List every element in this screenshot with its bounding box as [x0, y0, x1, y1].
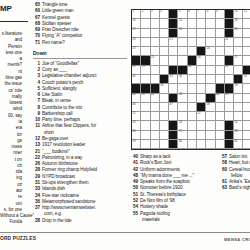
grid-cell[interactable] [151, 103, 160, 112]
grid-cell[interactable]: 11 [243, 10, 250, 19]
grid-cell[interactable] [206, 112, 215, 121]
clue-number: 37 [33, 205, 42, 211]
grid-cell[interactable] [151, 38, 160, 47]
grid-cell[interactable] [216, 75, 225, 84]
grid-cell[interactable] [206, 19, 215, 28]
cell-number: 17 [133, 28, 136, 31]
cell-number: 15 [179, 19, 182, 22]
grid-cell[interactable] [188, 19, 197, 28]
grid-cell[interactable] [243, 47, 250, 56]
grid-cell[interactable] [141, 47, 150, 56]
cell-number: 32 [133, 75, 136, 78]
grid-cell[interactable]: 35 [243, 75, 250, 84]
cell-number: 9 [216, 10, 218, 13]
grid-cell[interactable] [178, 56, 187, 65]
cell-number: 18 [179, 28, 182, 31]
clue-item: 60Cereal-huckstefellow [220, 167, 250, 180]
grid-cell[interactable] [188, 94, 197, 103]
grid-cell[interactable] [178, 103, 187, 112]
footer-book-title-fragment: ORD PUZZLES [0, 236, 36, 241]
grid-cell-black [169, 121, 178, 130]
clue-item: 37http://www.merriamwebster.com, e.g. [33, 205, 130, 218]
grid-cell[interactable] [243, 19, 250, 28]
grid-cell-black [225, 10, 234, 19]
grid-cell[interactable]: 23 [132, 47, 141, 56]
grid-cell[interactable] [169, 112, 178, 121]
clue-item: 71Pen name? [33, 40, 130, 46]
title-rule [0, 21, 28, 22]
cell-number: 51 [133, 112, 136, 115]
grid-cell[interactable] [197, 121, 206, 130]
grid-cell[interactable] [188, 140, 197, 149]
grid-cell[interactable] [234, 66, 243, 75]
grid-cell-black [225, 140, 234, 149]
grid-cell[interactable]: 7 [197, 10, 206, 19]
cell-number: 41 [142, 93, 145, 96]
clue-text: Bard’s nightfall [229, 185, 250, 191]
grid-cell[interactable]: 27 [234, 56, 243, 65]
grid-cell[interactable] [216, 38, 225, 47]
cell-number: 54 [179, 121, 182, 124]
grid-cell[interactable] [151, 121, 160, 130]
grid-cell[interactable]: 26 [197, 56, 206, 65]
grid-cell[interactable]: 61 [234, 140, 243, 149]
cell-number: 53 [133, 121, 136, 124]
down-clues-continued-right-cropped: 57Salon tint58Heart, but not60Cereal-huc… [220, 154, 250, 192]
grid-cell-black [169, 140, 178, 149]
grid-cell[interactable]: 41 [141, 94, 150, 103]
grid-cell[interactable]: 60 [178, 140, 187, 149]
clue-text: Airline that flew Clippers, for [42, 123, 96, 129]
grid-cell[interactable] [243, 94, 250, 103]
cell-number: 31 [225, 65, 228, 68]
grid-cell[interactable] [188, 29, 197, 38]
clue-text-wrap: materials [131, 217, 226, 223]
clue-number: 55 [131, 211, 140, 217]
grid-cell-black [169, 131, 178, 140]
grid-cell[interactable] [243, 131, 250, 140]
grid-cell[interactable] [216, 112, 225, 121]
grid-cell[interactable]: 30 [188, 66, 197, 75]
grid-cell[interactable]: 34 [178, 75, 187, 84]
cell-number: 22 [225, 38, 228, 41]
grid-cell[interactable] [151, 112, 160, 121]
grid-cell[interactable] [243, 121, 250, 130]
grid-cell[interactable] [169, 84, 178, 93]
page-title-fragment: MP [0, 4, 12, 13]
grid-cell[interactable] [151, 140, 160, 149]
clue-text: Drop in the tide [42, 218, 72, 224]
cell-number: 34 [179, 75, 182, 78]
grid-cell[interactable] [216, 56, 225, 65]
clue-text: Cereal-huckste [229, 167, 250, 173]
grid-cell[interactable]: 29 [141, 66, 150, 75]
grid-cell[interactable]: 52 [197, 112, 206, 121]
grid-cell[interactable] [225, 103, 234, 112]
grid-cell[interactable] [216, 121, 225, 130]
clue-text: Pen name? [42, 40, 65, 46]
grid-cell[interactable] [160, 66, 169, 75]
footer-rule [0, 232, 250, 233]
clue-fragment-cropped: Fonda [0, 219, 22, 225]
grid-cell[interactable] [216, 140, 225, 149]
grid-cell[interactable] [178, 47, 187, 56]
grid-cell[interactable] [160, 121, 169, 130]
grid-cell[interactable] [141, 131, 150, 140]
cell-number: 6 [188, 10, 190, 13]
cell-number: 42 [151, 93, 154, 96]
grid-cell[interactable] [225, 112, 234, 121]
cell-number: 4 [160, 10, 162, 13]
grid-cell[interactable]: 39 [234, 84, 243, 93]
grid-cell[interactable] [151, 75, 160, 84]
cell-number: 38 [160, 84, 163, 87]
grid-cell[interactable] [243, 84, 250, 93]
grid-cell[interactable] [188, 112, 197, 121]
grid-cell[interactable]: 44 [216, 94, 225, 103]
grid-cell[interactable]: 4 [160, 10, 169, 19]
grid-cell[interactable] [188, 75, 197, 84]
grid-cell[interactable]: 38 [160, 84, 169, 93]
grid-cell[interactable]: 3 [151, 10, 160, 19]
grid-cell[interactable] [188, 103, 197, 112]
grid-cell[interactable] [188, 131, 197, 140]
grid-cell[interactable] [216, 103, 225, 112]
cell-number: 21 [170, 38, 173, 41]
grid-cell[interactable]: 31 [225, 66, 234, 75]
cell-number: 28 [133, 65, 136, 68]
clue-text: Pagoda roofing [140, 211, 170, 217]
grid-cell[interactable] [216, 131, 225, 140]
grid-cell[interactable] [197, 94, 206, 103]
cell-number: 5 [179, 10, 181, 13]
grid-cell[interactable]: 47 [169, 103, 178, 112]
cell-number: 19 [235, 28, 238, 31]
clue-number: 63 [220, 185, 229, 191]
grid-cell[interactable]: 6 [188, 10, 197, 19]
grid-cell[interactable] [160, 94, 169, 103]
clue-number: 38 [33, 218, 42, 224]
grid-cell[interactable] [141, 38, 150, 47]
grid-cell[interactable] [151, 29, 160, 38]
grid-cell[interactable] [216, 29, 225, 38]
cell-number: 52 [197, 112, 200, 115]
cell-number: 14 [133, 19, 136, 22]
grid-cell[interactable] [160, 29, 169, 38]
across-clues-tail: 65Triangle tone66Little green man67Kenne… [33, 2, 130, 46]
cell-number: 7 [197, 10, 199, 13]
grid-cell[interactable] [243, 112, 250, 121]
clue-number: 71 [33, 40, 42, 46]
grid-cell[interactable] [151, 19, 160, 28]
cell-number: 16 [235, 19, 238, 22]
cell-number: 23 [133, 47, 136, 50]
grid-cell[interactable] [206, 140, 215, 149]
cell-number: 40 [133, 93, 136, 96]
grid-cell[interactable] [197, 19, 206, 28]
grid-cell-black [225, 131, 234, 140]
grid-cell[interactable] [160, 47, 169, 56]
grid-cell[interactable]: 32 [132, 75, 141, 84]
grid-cell[interactable] [188, 121, 197, 130]
grid-cell[interactable] [206, 56, 215, 65]
grid-cell[interactable] [243, 38, 250, 47]
cell-number: 57 [179, 130, 182, 133]
cell-number: 11 [244, 10, 247, 13]
cell-number: 35 [244, 75, 247, 78]
grid-cell[interactable] [243, 29, 250, 38]
grid-cell[interactable]: 43 [178, 94, 187, 103]
grid-cell[interactable] [141, 112, 150, 121]
grid-cell-black [225, 19, 234, 28]
down-clues-continued-left: 40Sharp as a tack41Rock’s Bon Jovi42Unif… [131, 154, 226, 223]
cell-number: 61 [235, 140, 238, 143]
down-clues-list: 1Joe of “Goodfellas”2Cozy as ___3Legisla… [33, 61, 130, 224]
cell-number: 47 [170, 103, 173, 106]
grid-cell[interactable]: 45 [225, 94, 234, 103]
cell-number: 45 [225, 93, 228, 96]
grid-cell[interactable] [206, 84, 215, 93]
grid-cell[interactable] [169, 47, 178, 56]
grid-cell[interactable] [160, 140, 169, 149]
crossword-book-page: { "game": "crossword", "grid": { "size":… [0, 0, 250, 250]
grid-cell[interactable] [243, 103, 250, 112]
grid-cell[interactable]: 33 [169, 75, 178, 84]
grid-cell[interactable] [216, 66, 225, 75]
grid-cell[interactable] [160, 131, 169, 140]
grid-cell[interactable]: 24 [206, 47, 215, 56]
grid-cell[interactable]: 25 [151, 56, 160, 65]
grid-cell[interactable]: 2 [141, 10, 150, 19]
footer-series-title-cropped: MENSA CROSS [224, 237, 250, 242]
grid-cell[interactable]: 18 [178, 29, 187, 38]
grid-cell[interactable] [188, 38, 197, 47]
grid-cell[interactable] [197, 29, 206, 38]
grid-cell[interactable] [225, 47, 234, 56]
grid-cell[interactable]: 21 [169, 38, 178, 47]
grid-cell[interactable] [234, 103, 243, 112]
grid-cell[interactable] [206, 131, 215, 140]
grid-cell[interactable]: 48 [206, 103, 215, 112]
grid-cell[interactable] [206, 75, 215, 84]
grid-cell[interactable] [197, 84, 206, 93]
cell-number: 1 [133, 10, 135, 13]
clue-number: 60 [220, 167, 229, 173]
grid-cell[interactable] [197, 66, 206, 75]
grid-cell[interactable] [160, 112, 169, 121]
grid-cell[interactable] [141, 103, 150, 112]
crossword-grid: 1234567891011121314151617181920212223242… [131, 9, 250, 150]
grid-cell[interactable] [197, 131, 206, 140]
grid-cell[interactable] [141, 121, 150, 130]
cell-number: 58 [235, 130, 238, 133]
grid-cell[interactable] [234, 38, 243, 47]
grid-cell[interactable] [160, 103, 169, 112]
cell-number: 59 [133, 140, 136, 143]
cell-number: 46 [133, 103, 136, 106]
grid-cell[interactable] [197, 75, 206, 84]
grid-cell[interactable] [216, 19, 225, 28]
down-section-rule [33, 58, 127, 59]
cell-number: 10 [235, 10, 238, 13]
cell-number: 27 [235, 56, 238, 59]
clue-item: 55Pagoda roofingmaterials [131, 211, 226, 224]
grid-cell-black [225, 121, 234, 130]
grid-cell[interactable] [206, 66, 215, 75]
grid-cell[interactable] [225, 75, 234, 84]
grid-cell[interactable]: 9 [216, 10, 225, 19]
grid-cell[interactable] [141, 75, 150, 84]
grid-cell[interactable] [151, 66, 160, 75]
grid-cell[interactable] [141, 19, 150, 28]
cell-number: 24 [207, 47, 210, 50]
grid-cell[interactable] [206, 121, 215, 130]
cell-number: 3 [151, 10, 153, 13]
grid-cell[interactable]: 19 [234, 29, 243, 38]
left-clue-column-cropped: s literatureandPersonless oneaments?ntbi… [0, 31, 22, 226]
cell-number: 30 [188, 65, 191, 68]
grid-cell[interactable] [160, 56, 169, 65]
grid-cell[interactable] [160, 19, 169, 28]
grid-cell[interactable] [141, 29, 150, 38]
cell-number: 26 [197, 56, 200, 59]
grid-cell[interactable] [197, 38, 206, 47]
clue-item: 63Bard’s nightfall [220, 185, 250, 191]
grid-cell-black [169, 10, 178, 19]
cell-number: 20 [133, 38, 136, 41]
grid-cell[interactable] [188, 84, 197, 93]
grid-cell[interactable] [216, 47, 225, 56]
grid-cell[interactable]: 42 [151, 94, 160, 103]
grid-cell[interactable] [141, 140, 150, 149]
cell-number: 48 [207, 103, 210, 106]
grid-cell[interactable] [197, 140, 206, 149]
cell-number: 29 [142, 65, 145, 68]
middle-clue-column: 65Triangle tone66Little green man67Kenne… [33, 2, 130, 224]
grid-cell[interactable] [243, 140, 250, 149]
grid-cell[interactable]: 59 [132, 140, 141, 149]
cell-number: 8 [207, 10, 209, 13]
grid-cell[interactable] [160, 38, 169, 47]
cell-number: 56 [133, 130, 136, 133]
grid-cell[interactable] [151, 131, 160, 140]
cell-number: 55 [235, 121, 238, 124]
grid-cell[interactable]: 22 [225, 38, 234, 47]
cell-number: 44 [216, 93, 219, 96]
grid-cell[interactable]: 8 [206, 10, 215, 19]
cell-number: 60 [179, 140, 182, 143]
down-section-header: Down [33, 50, 130, 57]
grid-cell[interactable] [234, 94, 243, 103]
clue-item: 11Airline that flew Clippers, forshort [33, 123, 130, 136]
grid-cell-black [169, 19, 178, 28]
grid-cell[interactable] [169, 56, 178, 65]
cell-number: 39 [235, 84, 238, 87]
cell-number: 2 [142, 10, 144, 13]
clue-number: 11 [33, 123, 42, 129]
cell-number: 33 [170, 75, 173, 78]
grid-cell[interactable] [243, 56, 250, 65]
grid-cell[interactable] [178, 38, 187, 47]
clue-item: 38Drop in the tide [33, 218, 130, 224]
grid-cell[interactable] [206, 29, 215, 38]
cell-number: 43 [179, 93, 182, 96]
cell-number: 25 [151, 56, 154, 59]
grid-cell[interactable] [188, 47, 197, 56]
